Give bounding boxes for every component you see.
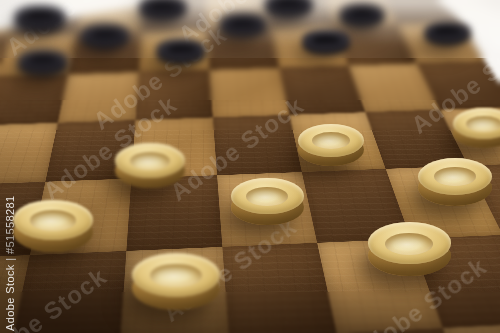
cream-piece [132, 253, 220, 311]
black-piece [17, 49, 69, 78]
black-piece [339, 3, 385, 28]
black-piece [139, 0, 187, 22]
checkers-photo-scene: Adobe StockAdobe StockAdobe StockAdobe S… [0, 0, 500, 333]
cream-piece [298, 124, 364, 168]
black-piece [302, 29, 350, 55]
cream-piece [231, 178, 304, 226]
black-piece [80, 23, 130, 51]
cream-piece [368, 222, 451, 277]
black-piece [156, 38, 206, 66]
black-piece [424, 21, 471, 47]
black-piece [219, 12, 267, 38]
cream-piece [13, 200, 93, 253]
cream-piece [453, 108, 500, 149]
cream-piece [418, 158, 492, 207]
black-piece [265, 0, 313, 19]
black-piece [14, 5, 66, 34]
cream-piece [115, 143, 185, 189]
